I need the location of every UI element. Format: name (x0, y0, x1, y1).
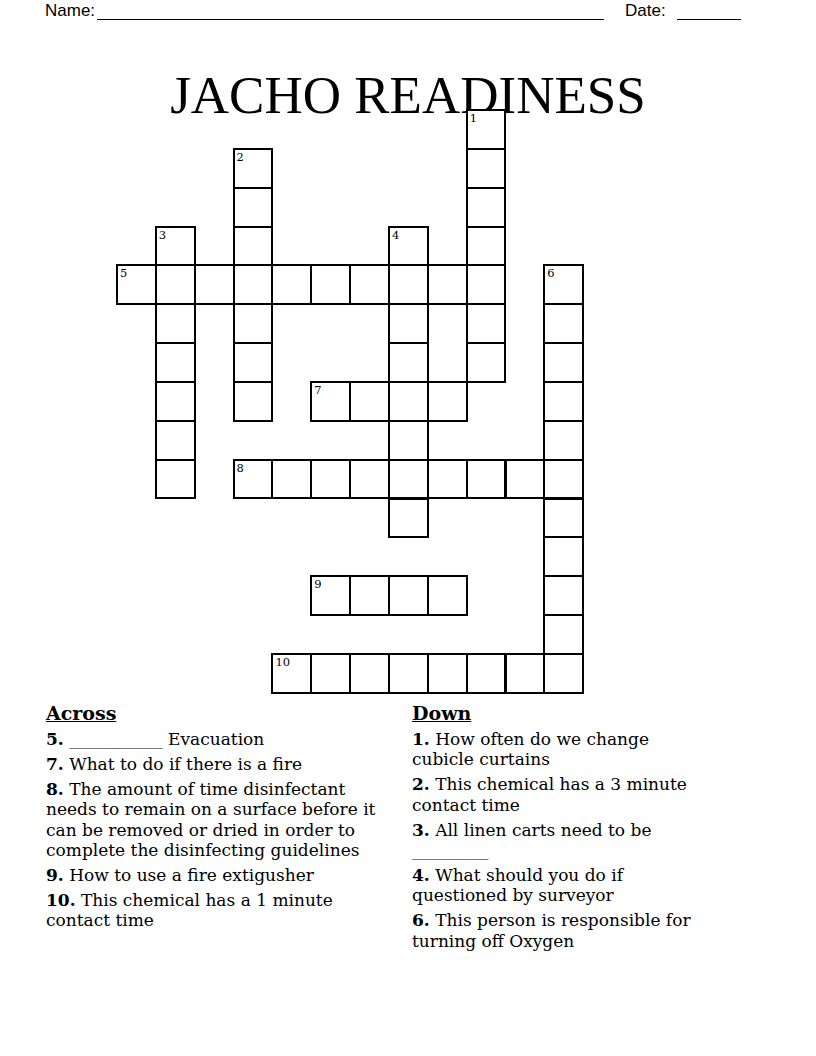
clue-number: 7. (46, 754, 64, 774)
grid-cell[interactable] (466, 187, 507, 228)
clue-item: 3. All linen carts need to be _________ (412, 820, 713, 861)
grid-cell[interactable] (543, 381, 584, 422)
grid-cell[interactable] (155, 264, 196, 305)
grid-cell[interactable] (427, 459, 468, 500)
grid-cell[interactable] (543, 498, 584, 539)
clue-number: 4. (412, 865, 430, 885)
clue-item: 10. This chemical has a 1 minute contact… (46, 890, 387, 931)
clue-number: 6. (412, 910, 430, 930)
grid-cell[interactable] (310, 459, 351, 500)
across-clue-list: 5. ___________ Evacuation7. What to do i… (46, 729, 387, 931)
grid-cell[interactable] (543, 536, 584, 577)
grid-cell[interactable]: 2 (233, 148, 274, 189)
grid-cell[interactable] (155, 459, 196, 500)
grid-cell[interactable] (388, 459, 429, 500)
grid-cell[interactable]: 10 (271, 653, 312, 694)
grid-cell[interactable] (505, 653, 546, 694)
grid-cell[interactable] (388, 342, 429, 383)
grid-cell[interactable] (310, 653, 351, 694)
grid-cell[interactable] (310, 264, 351, 305)
across-heading: Across (46, 702, 387, 724)
grid-cell[interactable] (466, 264, 507, 305)
clue-item: 9. How to use a fire extigusher (46, 865, 387, 885)
down-section: Down 1. How often do we change cubicle c… (412, 702, 713, 956)
grid-cell[interactable]: 3 (155, 226, 196, 267)
clue-number: 3. (412, 820, 430, 840)
grid-cell[interactable] (271, 459, 312, 500)
grid-cell[interactable] (271, 264, 312, 305)
cell-number: 6 (547, 266, 554, 280)
worksheet: { "game": "crossword", "title": "JACHO R… (0, 0, 816, 1056)
name-label: Name: (45, 1, 95, 21)
cell-number: 10 (275, 655, 290, 669)
cell-number: 4 (392, 228, 399, 242)
grid-cell[interactable]: 9 (310, 575, 351, 616)
clue-item: 1. How often do we change cubicle curtai… (412, 729, 713, 770)
grid-cell[interactable] (388, 264, 429, 305)
grid-cell[interactable] (466, 653, 507, 694)
grid-cell[interactable] (349, 459, 390, 500)
date-underline[interactable] (677, 19, 741, 20)
grid-cell[interactable] (233, 303, 274, 344)
grid-cell[interactable] (543, 459, 584, 500)
clue-item: 6. This person is responsible for turnin… (412, 910, 713, 951)
across-section: Across 5. ___________ Evacuation7. What … (46, 702, 387, 935)
grid-cell[interactable] (388, 303, 429, 344)
cell-number: 8 (237, 461, 244, 475)
grid-cell[interactable]: 8 (233, 459, 274, 500)
grid-cell[interactable]: 4 (388, 226, 429, 267)
clue-item: 8. The amount of time disinfectant needs… (46, 779, 387, 861)
grid-cell[interactable] (233, 342, 274, 383)
grid-cell[interactable] (233, 381, 274, 422)
grid-cell[interactable] (427, 264, 468, 305)
cell-number: 1 (470, 111, 477, 125)
clue-item: 5. ___________ Evacuation (46, 729, 387, 749)
crossword-grid: 12345678910 (117, 110, 584, 693)
cell-number: 2 (237, 150, 244, 164)
grid-cell[interactable] (466, 226, 507, 267)
grid-cell[interactable] (543, 575, 584, 616)
grid-cell[interactable] (466, 342, 507, 383)
cell-number: 3 (159, 228, 166, 242)
grid-cell[interactable] (233, 226, 274, 267)
grid-cell[interactable] (543, 303, 584, 344)
grid-cell[interactable] (543, 614, 584, 655)
grid-cell[interactable] (388, 575, 429, 616)
grid-cell[interactable] (233, 264, 274, 305)
clue-item: 4. What should you do if questioned by s… (412, 865, 713, 906)
clue-number: 10. (46, 890, 76, 910)
grid-cell[interactable] (349, 264, 390, 305)
cell-number: 9 (314, 577, 321, 591)
grid-cell[interactable] (505, 459, 546, 500)
date-label: Date: (625, 1, 666, 21)
clue-number: 1. (412, 729, 430, 749)
grid-cell[interactable] (194, 264, 235, 305)
cell-number: 5 (120, 266, 127, 280)
name-underline[interactable] (97, 19, 604, 20)
grid-cell[interactable] (155, 303, 196, 344)
clue-number: 2. (412, 774, 430, 794)
grid-cell[interactable] (388, 420, 429, 461)
grid-cell[interactable]: 5 (116, 264, 157, 305)
grid-cell[interactable] (349, 381, 390, 422)
grid-cell[interactable] (543, 342, 584, 383)
clue-number: 5. (46, 729, 64, 749)
grid-cell[interactable] (388, 653, 429, 694)
grid-cell[interactable] (427, 381, 468, 422)
grid-cell[interactable] (388, 498, 429, 539)
cell-number: 7 (314, 383, 321, 397)
clue-item: 7. What to do if there is a fire (46, 754, 387, 774)
grid-cell[interactable] (543, 653, 584, 694)
clue-number: 8. (46, 779, 64, 799)
grid-cell[interactable] (543, 420, 584, 461)
grid-cell[interactable]: 1 (466, 109, 507, 150)
clue-number: 9. (46, 865, 64, 885)
grid-cell[interactable] (466, 459, 507, 500)
grid-cell[interactable]: 6 (543, 264, 584, 305)
grid-cell[interactable] (466, 148, 507, 189)
grid-cell[interactable]: 7 (310, 381, 351, 422)
grid-cell[interactable] (155, 420, 196, 461)
grid-cell[interactable] (155, 342, 196, 383)
grid-cell[interactable] (349, 575, 390, 616)
down-clue-list: 1. How often do we change cubicle curtai… (412, 729, 713, 951)
grid-cell[interactable] (155, 381, 196, 422)
clue-item: 2. This chemical has a 3 minute contact … (412, 774, 713, 815)
grid-cell[interactable] (427, 653, 468, 694)
grid-cell[interactable] (233, 187, 274, 228)
grid-cell[interactable] (466, 303, 507, 344)
grid-cell[interactable] (388, 381, 429, 422)
down-heading: Down (412, 702, 713, 724)
grid-cell[interactable] (427, 575, 468, 616)
grid-cell[interactable] (349, 653, 390, 694)
